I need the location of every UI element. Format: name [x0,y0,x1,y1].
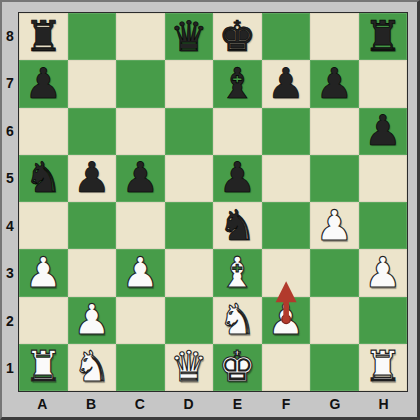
square-d4[interactable] [165,202,214,249]
rank-label-5: 5 [2,155,18,203]
square-g1[interactable] [310,344,359,391]
black-rook-h8: ♜ [364,16,402,58]
square-d5[interactable] [165,155,214,202]
file-label-g: G [311,392,360,416]
white-pawn-c3: ♟ [121,252,159,294]
white-queen-d1: ♛ [170,346,208,388]
square-d6[interactable] [165,108,214,155]
square-e2[interactable]: ♞ [213,297,262,344]
black-pawn-h6: ♟ [364,110,402,152]
rank-label-4: 4 [2,202,18,250]
square-g8[interactable] [310,13,359,60]
white-knight-e2: ♞ [218,299,256,341]
black-queen-d8: ♛ [170,16,208,58]
square-b7[interactable] [68,60,117,107]
square-g5[interactable] [310,155,359,202]
white-bishop-e3: ♝ [218,252,256,294]
square-e4[interactable]: ♞ [213,202,262,249]
square-h1[interactable]: ♜ [359,344,408,391]
square-c4[interactable] [116,202,165,249]
square-g7[interactable]: ♟ [310,60,359,107]
square-f4[interactable] [262,202,311,249]
square-e3[interactable]: ♝ [213,249,262,296]
white-knight-b1: ♞ [73,346,111,388]
square-e5[interactable]: ♟ [213,155,262,202]
square-h7[interactable] [359,60,408,107]
square-a8[interactable]: ♜ [19,13,68,60]
black-knight-a5: ♞ [24,157,62,199]
square-a5[interactable]: ♞ [19,155,68,202]
square-a4[interactable] [19,202,68,249]
square-b5[interactable]: ♟ [68,155,117,202]
black-pawn-g7: ♟ [315,63,353,105]
square-b8[interactable] [68,13,117,60]
white-rook-a1: ♜ [24,346,62,388]
square-f6[interactable] [262,108,311,155]
square-d2[interactable] [165,297,214,344]
square-h3[interactable]: ♟ [359,249,408,296]
chess-diagram-frame: 87654321 ♜♛♚♜♟♝♟♟♟♞♟♟♟♞♟♟♟♝♟♟♞♟♜♞♛♚♜ ABC… [0,0,420,420]
black-rook-a8: ♜ [24,16,62,58]
square-c5[interactable]: ♟ [116,155,165,202]
square-g6[interactable] [310,108,359,155]
square-h8[interactable]: ♜ [359,13,408,60]
square-h5[interactable] [359,155,408,202]
square-h2[interactable] [359,297,408,344]
square-g3[interactable] [310,249,359,296]
square-d7[interactable] [165,60,214,107]
rank-label-8: 8 [2,12,18,60]
rank-labels: 87654321 [2,12,18,392]
square-b6[interactable] [68,108,117,155]
black-pawn-b5: ♟ [73,157,111,199]
file-label-h: H [359,392,408,416]
rank-label-2: 2 [2,297,18,345]
square-a6[interactable] [19,108,68,155]
square-b2[interactable]: ♟ [68,297,117,344]
black-bishop-e7: ♝ [218,63,256,105]
square-d3[interactable] [165,249,214,296]
square-b4[interactable] [68,202,117,249]
white-rook-h1: ♜ [364,346,402,388]
square-e6[interactable] [213,108,262,155]
file-labels: ABCDEFGH [18,392,408,416]
square-f2[interactable]: ♟ [262,297,311,344]
black-pawn-e5: ♟ [218,157,256,199]
black-pawn-f7: ♟ [267,63,305,105]
square-e1[interactable]: ♚ [213,344,262,391]
square-b1[interactable]: ♞ [68,344,117,391]
black-pawn-c5: ♟ [121,157,159,199]
square-c3[interactable]: ♟ [116,249,165,296]
square-c2[interactable] [116,297,165,344]
file-label-d: D [164,392,213,416]
file-label-e: E [213,392,262,416]
white-pawn-h3: ♟ [364,252,402,294]
white-king-e1: ♚ [218,346,256,388]
square-e7[interactable]: ♝ [213,60,262,107]
square-f5[interactable] [262,155,311,202]
square-h4[interactable] [359,202,408,249]
square-d8[interactable]: ♛ [165,13,214,60]
black-pawn-a7: ♟ [24,63,62,105]
square-e8[interactable]: ♚ [213,13,262,60]
rank-label-7: 7 [2,60,18,108]
square-a3[interactable]: ♟ [19,249,68,296]
square-a1[interactable]: ♜ [19,344,68,391]
square-g2[interactable] [310,297,359,344]
file-label-b: B [67,392,116,416]
black-king-e8: ♚ [218,16,256,58]
square-h6[interactable]: ♟ [359,108,408,155]
square-a7[interactable]: ♟ [19,60,68,107]
file-label-f: F [262,392,311,416]
white-pawn-g4: ♟ [315,205,353,247]
square-c7[interactable] [116,60,165,107]
square-c1[interactable] [116,344,165,391]
square-a2[interactable] [19,297,68,344]
chess-board: ♜♛♚♜♟♝♟♟♟♞♟♟♟♞♟♟♟♝♟♟♞♟♜♞♛♚♜ [18,12,408,392]
square-g4[interactable]: ♟ [310,202,359,249]
white-pawn-a3: ♟ [24,252,62,294]
square-b3[interactable] [68,249,117,296]
file-label-c: C [116,392,165,416]
white-pawn-f2: ♟ [267,299,305,341]
square-c6[interactable] [116,108,165,155]
square-f3[interactable] [262,249,311,296]
square-d1[interactable]: ♛ [165,344,214,391]
square-f7[interactable]: ♟ [262,60,311,107]
file-label-a: A [18,392,67,416]
rank-label-3: 3 [2,250,18,298]
white-pawn-b2: ♟ [73,299,111,341]
rank-label-1: 1 [2,345,18,393]
black-knight-e4: ♞ [218,205,256,247]
square-f8[interactable] [262,13,311,60]
square-f1[interactable] [262,344,311,391]
square-c8[interactable] [116,13,165,60]
rank-label-6: 6 [2,107,18,155]
